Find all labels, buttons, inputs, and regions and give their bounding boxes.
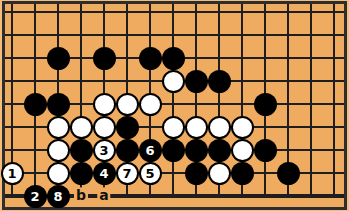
black-stone (208, 70, 231, 93)
white-stone (208, 116, 231, 139)
white-stone (47, 139, 70, 162)
black-stone (254, 139, 277, 162)
white-stone (139, 93, 162, 116)
black-stone (185, 139, 208, 162)
black-stone (231, 162, 254, 185)
black-stone (24, 93, 47, 116)
black-stone: 8 (47, 185, 70, 208)
black-stone (47, 47, 70, 70)
move-number: 8 (53, 190, 62, 203)
white-stone: 5 (139, 162, 162, 185)
grid-line-horizontal (5, 34, 344, 36)
point-label-a: a (97, 187, 110, 203)
white-stone (185, 116, 208, 139)
black-stone (139, 47, 162, 70)
white-stone: 3 (93, 139, 116, 162)
grid-line-horizontal (5, 11, 344, 13)
white-stone: 1 (1, 162, 24, 185)
white-stone (93, 116, 116, 139)
white-stone (116, 93, 139, 116)
black-stone (162, 139, 185, 162)
black-stone (254, 93, 277, 116)
black-stone (93, 47, 116, 70)
white-stone: 7 (116, 162, 139, 185)
white-stone (208, 162, 231, 185)
white-stone (47, 116, 70, 139)
white-stone (47, 162, 70, 185)
black-stone (208, 139, 231, 162)
move-number: 5 (145, 167, 154, 180)
black-stone (116, 116, 139, 139)
black-stone (162, 47, 185, 70)
point-label-b: b (74, 187, 88, 203)
move-number: 2 (30, 190, 39, 203)
black-stone (277, 162, 300, 185)
white-stone (93, 93, 116, 116)
white-stone (162, 116, 185, 139)
move-number: 3 (99, 144, 108, 157)
move-number: 1 (7, 167, 16, 180)
black-stone (47, 93, 70, 116)
black-stone (185, 162, 208, 185)
white-stone (231, 116, 254, 139)
black-stone (116, 139, 139, 162)
black-stone (185, 70, 208, 93)
move-number: 6 (145, 144, 154, 157)
black-stone: 2 (24, 185, 47, 208)
black-stone: 4 (93, 162, 116, 185)
white-stone (70, 116, 93, 139)
move-number: 4 (99, 167, 108, 180)
move-number: 7 (122, 167, 131, 180)
white-stone (162, 70, 185, 93)
black-stone (70, 162, 93, 185)
black-stone (70, 139, 93, 162)
go-diagram: 36147528ba (0, 0, 349, 211)
black-stone: 6 (139, 139, 162, 162)
white-stone (231, 139, 254, 162)
